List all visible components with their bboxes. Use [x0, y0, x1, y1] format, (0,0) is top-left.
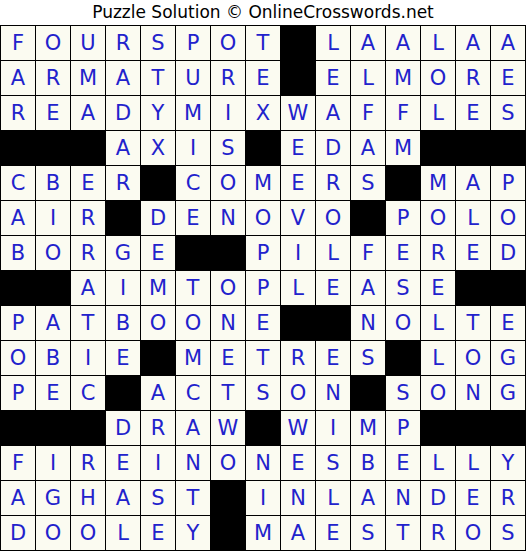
page-title: Puzzle Solution © OnlineCrosswords.net [92, 0, 434, 25]
black-square [71, 131, 106, 166]
grid-cell: O [211, 26, 246, 61]
grid-cell: E [281, 166, 316, 201]
grid-cell: C [71, 376, 106, 411]
grid-cell: B [36, 341, 71, 376]
grid-cell: O [316, 201, 351, 236]
grid-cell: D [316, 131, 351, 166]
black-square [351, 201, 386, 236]
grid-cell: O [386, 306, 421, 341]
grid-cell: M [246, 166, 281, 201]
grid-cell: Y [491, 446, 526, 481]
grid-cell: G [36, 481, 71, 516]
black-square [176, 236, 211, 271]
black-square [36, 411, 71, 446]
black-square [246, 411, 281, 446]
grid-cell: R [36, 61, 71, 96]
grid-cell: I [106, 271, 141, 306]
grid-cell: T [71, 306, 106, 341]
grid-cell: F [1, 26, 36, 61]
grid-cell: D [421, 481, 456, 516]
grid-cell: O [421, 61, 456, 96]
grid-cell: M [176, 341, 211, 376]
grid-cell: M [246, 516, 281, 551]
grid-cell: R [1, 96, 36, 131]
grid-cell: I [281, 236, 316, 271]
grid-cell: E [386, 236, 421, 271]
grid-cell: A [316, 96, 351, 131]
grid-cell: O [36, 236, 71, 271]
grid-cell: R [421, 236, 456, 271]
grid-cell: E [456, 236, 491, 271]
grid-cell: D [141, 201, 176, 236]
grid-cell: N [351, 306, 386, 341]
black-square [316, 306, 351, 341]
black-square [421, 411, 456, 446]
grid-cell: G [491, 341, 526, 376]
grid-cell: R [71, 236, 106, 271]
grid-cell: E [316, 341, 351, 376]
grid-cell: N [281, 481, 316, 516]
grid-cell: E [316, 516, 351, 551]
grid-cell: I [36, 201, 71, 236]
grid-cell: L [421, 306, 456, 341]
black-square [281, 306, 316, 341]
grid-cell: L [421, 26, 456, 61]
grid-cell: F [351, 96, 386, 131]
grid-cell: T [456, 306, 491, 341]
grid-cell: E [421, 271, 456, 306]
grid-cell: T [386, 516, 421, 551]
grid-cell: M [71, 61, 106, 96]
grid-cell: R [106, 26, 141, 61]
grid-cell: E [106, 446, 141, 481]
black-square [491, 271, 526, 306]
grid-cell: A [1, 61, 36, 96]
grid-cell: P [491, 166, 526, 201]
grid-cell: O [71, 516, 106, 551]
grid-cell: A [351, 481, 386, 516]
grid-cell: M [386, 131, 421, 166]
grid-cell: T [176, 271, 211, 306]
crossword-grid: FOURSPOTLAALAAARMATUREELMOREREADYMIXWAFF… [0, 25, 526, 551]
grid-cell: R [71, 201, 106, 236]
grid-cell: A [351, 26, 386, 61]
grid-cell: C [176, 166, 211, 201]
grid-cell: L [351, 61, 386, 96]
grid-cell: L [421, 96, 456, 131]
grid-cell: T [176, 481, 211, 516]
grid-cell: N [211, 201, 246, 236]
grid-cell: N [176, 446, 211, 481]
grid-cell: E [71, 166, 106, 201]
grid-cell: W [211, 411, 246, 446]
grid-cell: N [456, 376, 491, 411]
grid-cell: E [316, 61, 351, 96]
grid-cell: T [211, 376, 246, 411]
grid-cell: S [246, 376, 281, 411]
grid-cell: O [281, 376, 316, 411]
grid-cell: I [176, 131, 211, 166]
black-square [386, 166, 421, 201]
grid-cell: G [491, 376, 526, 411]
grid-cell: F [351, 236, 386, 271]
grid-cell: W [281, 411, 316, 446]
grid-cell: A [106, 61, 141, 96]
grid-cell: O [421, 201, 456, 236]
black-square [456, 131, 491, 166]
grid-cell: A [106, 131, 141, 166]
black-square [491, 411, 526, 446]
black-square [211, 236, 246, 271]
grid-cell: R [456, 61, 491, 96]
black-square [246, 131, 281, 166]
grid-cell: I [246, 481, 281, 516]
grid-cell: P [246, 236, 281, 271]
grid-cell: E [456, 481, 491, 516]
grid-cell: E [141, 236, 176, 271]
grid-cell: E [106, 341, 141, 376]
grid-cell: L [316, 236, 351, 271]
grid-cell: M [421, 166, 456, 201]
grid-cell: D [106, 411, 141, 446]
grid-cell: A [71, 271, 106, 306]
grid-cell: R [491, 481, 526, 516]
grid-cell: V [281, 201, 316, 236]
grid-cell: D [106, 96, 141, 131]
grid-cell: F [386, 96, 421, 131]
black-square [386, 341, 421, 376]
grid-cell: S [386, 376, 421, 411]
black-square [106, 376, 141, 411]
grid-cell: B [36, 166, 71, 201]
grid-cell: I [71, 341, 106, 376]
grid-cell: S [316, 446, 351, 481]
grid-cell: U [176, 61, 211, 96]
grid-cell: A [351, 271, 386, 306]
grid-cell: P [1, 376, 36, 411]
grid-cell: O [36, 516, 71, 551]
black-square [491, 131, 526, 166]
grid-cell: L [456, 446, 491, 481]
grid-cell: O [141, 306, 176, 341]
grid-cell: I [141, 446, 176, 481]
grid-cell: I [211, 96, 246, 131]
grid-cell: E [456, 96, 491, 131]
black-square [106, 201, 141, 236]
grid-cell: S [491, 516, 526, 551]
grid-cell: H [71, 481, 106, 516]
grid-cell: T [246, 341, 281, 376]
black-square [71, 411, 106, 446]
black-square [281, 26, 316, 61]
grid-cell: E [36, 376, 71, 411]
grid-cell: T [246, 26, 281, 61]
black-square [456, 271, 491, 306]
grid-cell: R [316, 166, 351, 201]
grid-cell: D [491, 236, 526, 271]
grid-cell: O [421, 376, 456, 411]
grid-cell: P [176, 26, 211, 61]
grid-cell: L [421, 446, 456, 481]
grid-cell: R [106, 166, 141, 201]
grid-cell: A [491, 26, 526, 61]
grid-cell: S [351, 166, 386, 201]
grid-cell: R [141, 411, 176, 446]
title-bar: Puzzle Solution © OnlineCrosswords.net [0, 0, 526, 25]
grid-cell: M [141, 271, 176, 306]
black-square [1, 271, 36, 306]
black-square [211, 516, 246, 551]
grid-cell: A [456, 166, 491, 201]
grid-cell: P [386, 201, 421, 236]
grid-cell: O [211, 271, 246, 306]
grid-cell: E [386, 446, 421, 481]
grid-cell: E [316, 271, 351, 306]
grid-cell: A [141, 376, 176, 411]
grid-cell: L [316, 481, 351, 516]
grid-cell: F [1, 446, 36, 481]
grid-cell: S [141, 481, 176, 516]
grid-cell: L [456, 201, 491, 236]
grid-cell: B [106, 306, 141, 341]
grid-cell: S [386, 271, 421, 306]
grid-cell: L [281, 271, 316, 306]
grid-cell: C [1, 166, 36, 201]
grid-cell: R [421, 516, 456, 551]
grid-cell: P [246, 271, 281, 306]
black-square [1, 131, 36, 166]
grid-cell: S [351, 516, 386, 551]
grid-cell: N [316, 376, 351, 411]
grid-cell: R [211, 61, 246, 96]
grid-cell: E [246, 306, 281, 341]
grid-cell: E [211, 341, 246, 376]
grid-cell: O [211, 166, 246, 201]
grid-cell: E [176, 201, 211, 236]
black-square [36, 271, 71, 306]
grid-cell: X [141, 131, 176, 166]
grid-cell: B [1, 236, 36, 271]
black-square [281, 61, 316, 96]
black-square [1, 411, 36, 446]
grid-cell: A [281, 516, 316, 551]
grid-cell: O [176, 306, 211, 341]
grid-cell: A [106, 481, 141, 516]
grid-cell: A [456, 26, 491, 61]
grid-cell: L [316, 26, 351, 61]
grid-cell: E [491, 61, 526, 96]
grid-cell: A [71, 96, 106, 131]
grid-cell: N [211, 306, 246, 341]
grid-cell: L [106, 516, 141, 551]
grid-cell: A [1, 201, 36, 236]
grid-cell: R [71, 446, 106, 481]
grid-cell: B [351, 446, 386, 481]
grid-cell: E [491, 306, 526, 341]
grid-cell: M [351, 411, 386, 446]
grid-cell: W [281, 96, 316, 131]
grid-cell: O [456, 341, 491, 376]
grid-cell: X [246, 96, 281, 131]
grid-cell: E [141, 516, 176, 551]
black-square [351, 376, 386, 411]
grid-cell: Y [141, 96, 176, 131]
grid-cell: S [141, 26, 176, 61]
grid-cell: C [176, 376, 211, 411]
grid-cell: O [246, 201, 281, 236]
grid-cell: S [351, 341, 386, 376]
grid-cell: E [246, 61, 281, 96]
grid-cell: P [386, 411, 421, 446]
grid-cell: U [71, 26, 106, 61]
black-square [36, 131, 71, 166]
black-square [141, 341, 176, 376]
grid-cell: O [1, 341, 36, 376]
grid-cell: S [491, 96, 526, 131]
grid-cell: O [211, 446, 246, 481]
grid-cell: R [281, 341, 316, 376]
black-square [211, 481, 246, 516]
grid-cell: A [1, 481, 36, 516]
grid-cell: E [281, 131, 316, 166]
grid-cell: E [36, 96, 71, 131]
grid-cell: D [1, 516, 36, 551]
grid-cell: N [246, 446, 281, 481]
grid-cell: Y [176, 516, 211, 551]
black-square [421, 131, 456, 166]
grid-cell: N [386, 481, 421, 516]
grid-cell: A [386, 26, 421, 61]
grid-cell: T [141, 61, 176, 96]
black-square [456, 411, 491, 446]
grid-cell: P [1, 306, 36, 341]
grid-cell: E [281, 446, 316, 481]
black-square [141, 166, 176, 201]
grid-cell: M [176, 96, 211, 131]
grid-cell: A [176, 411, 211, 446]
grid-cell: O [491, 201, 526, 236]
grid-cell: L [421, 341, 456, 376]
grid-cell: S [211, 131, 246, 166]
grid-cell: A [36, 306, 71, 341]
grid-cell: I [316, 411, 351, 446]
grid-cell: A [351, 131, 386, 166]
grid-cell: I [36, 446, 71, 481]
puzzle-solution-page: Puzzle Solution © OnlineCrosswords.net F… [0, 0, 526, 551]
grid-cell: O [36, 26, 71, 61]
grid-cell: O [456, 516, 491, 551]
grid-cell: G [106, 236, 141, 271]
grid-cell: M [386, 61, 421, 96]
